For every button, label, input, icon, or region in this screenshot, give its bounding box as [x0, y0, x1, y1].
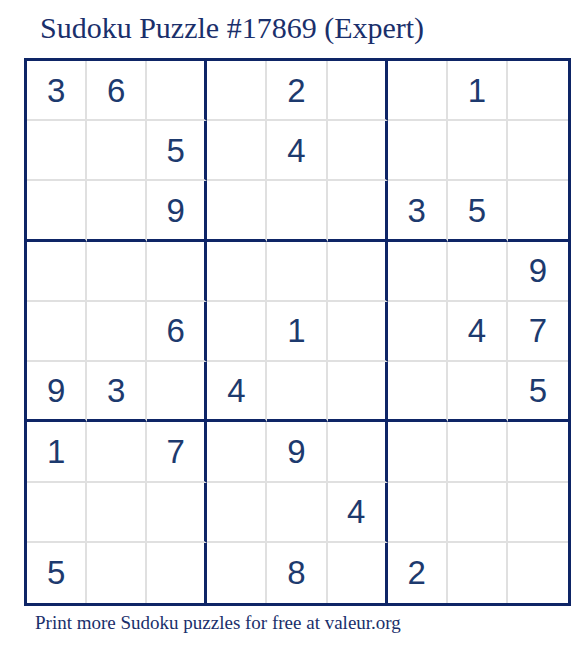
cell-r7c3: 7	[147, 422, 207, 482]
cell-r5c4	[207, 302, 267, 362]
cell-r9c4	[207, 543, 267, 603]
cell-r1c6	[328, 61, 388, 121]
cell-r2c4	[207, 121, 267, 181]
cell-r5c6	[328, 302, 388, 362]
cell-r7c7	[388, 422, 448, 482]
cell-r6c4: 4	[207, 362, 267, 422]
cell-r2c5: 4	[267, 121, 327, 181]
cell-r7c5: 9	[267, 422, 327, 482]
footer-text: Print more Sudoku puzzles for free at va…	[35, 612, 401, 635]
cell-r4c4	[207, 242, 267, 302]
cell-r7c4	[207, 422, 267, 482]
cell-r4c5	[267, 242, 327, 302]
cell-r5c9: 7	[508, 302, 568, 362]
cell-r8c1	[27, 483, 87, 543]
cell-r3c1	[27, 181, 87, 241]
cell-r2c8	[448, 121, 508, 181]
cell-r2c1	[27, 121, 87, 181]
cell-r6c6	[328, 362, 388, 422]
cell-r4c1	[27, 242, 87, 302]
cell-r8c7	[388, 483, 448, 543]
cell-r6c8	[448, 362, 508, 422]
cell-r9c3	[147, 543, 207, 603]
cell-r4c3	[147, 242, 207, 302]
cell-r6c2: 3	[87, 362, 147, 422]
cell-r3c8: 5	[448, 181, 508, 241]
cell-r5c3: 6	[147, 302, 207, 362]
cell-r1c4	[207, 61, 267, 121]
sudoku-board: 3621549359614793451794582	[24, 58, 571, 606]
cell-r8c2	[87, 483, 147, 543]
cell-r6c9: 5	[508, 362, 568, 422]
cell-r7c8	[448, 422, 508, 482]
cell-r9c5: 8	[267, 543, 327, 603]
cell-r3c7: 3	[388, 181, 448, 241]
cell-r2c6	[328, 121, 388, 181]
cell-r3c4	[207, 181, 267, 241]
cell-r9c8	[448, 543, 508, 603]
cell-r6c1: 9	[27, 362, 87, 422]
cell-r4c9: 9	[508, 242, 568, 302]
cell-r3c9	[508, 181, 568, 241]
cell-r7c1: 1	[27, 422, 87, 482]
cell-r8c6: 4	[328, 483, 388, 543]
cell-r1c8: 1	[448, 61, 508, 121]
cell-r3c3: 9	[147, 181, 207, 241]
cell-r1c1: 3	[27, 61, 87, 121]
cell-r2c9	[508, 121, 568, 181]
cell-r7c2	[87, 422, 147, 482]
cell-r7c6	[328, 422, 388, 482]
cell-r4c6	[328, 242, 388, 302]
cell-r2c3: 5	[147, 121, 207, 181]
cell-r4c2	[87, 242, 147, 302]
cell-r3c2	[87, 181, 147, 241]
cell-r9c6	[328, 543, 388, 603]
cell-r5c8: 4	[448, 302, 508, 362]
cell-r1c3	[147, 61, 207, 121]
cell-r8c9	[508, 483, 568, 543]
cell-r8c5	[267, 483, 327, 543]
cell-r9c2	[87, 543, 147, 603]
cell-r4c7	[388, 242, 448, 302]
cell-r3c5	[267, 181, 327, 241]
cell-r6c7	[388, 362, 448, 422]
cell-r8c3	[147, 483, 207, 543]
cell-r2c2	[87, 121, 147, 181]
cell-r1c9	[508, 61, 568, 121]
page-title: Sudoku Puzzle #17869 (Expert)	[40, 13, 424, 43]
cell-r8c8	[448, 483, 508, 543]
cell-r3c6	[328, 181, 388, 241]
cell-r2c7	[388, 121, 448, 181]
cell-r9c7: 2	[388, 543, 448, 603]
cell-r7c9	[508, 422, 568, 482]
cell-r8c4	[207, 483, 267, 543]
cell-r9c9	[508, 543, 568, 603]
cell-r9c1: 5	[27, 543, 87, 603]
cell-r6c5	[267, 362, 327, 422]
cell-r6c3	[147, 362, 207, 422]
cell-r5c1	[27, 302, 87, 362]
cell-r5c5: 1	[267, 302, 327, 362]
cell-r1c5: 2	[267, 61, 327, 121]
cell-r1c2: 6	[87, 61, 147, 121]
cell-r1c7	[388, 61, 448, 121]
cell-r5c2	[87, 302, 147, 362]
cell-r4c8	[448, 242, 508, 302]
cell-r5c7	[388, 302, 448, 362]
